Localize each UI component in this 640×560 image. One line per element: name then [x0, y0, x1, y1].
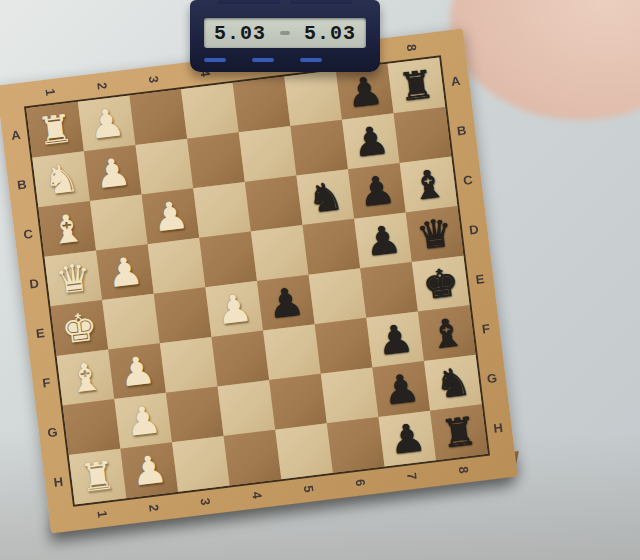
- white-pawn-piece: ♟: [87, 102, 127, 144]
- square-c2[interactable]: [90, 195, 148, 251]
- white-bishop-piece: ♝: [65, 356, 105, 398]
- board-corner: [488, 451, 518, 480]
- square-g6[interactable]: [321, 367, 379, 423]
- square-c7[interactable]: ♟: [348, 163, 406, 219]
- black-king-piece: ♚: [421, 262, 461, 304]
- white-pawn-piece: ♟: [117, 350, 157, 392]
- white-pawn-piece: ♟: [105, 251, 145, 293]
- square-f7[interactable]: ♟: [366, 312, 424, 368]
- square-g7[interactable]: ♟: [372, 361, 430, 417]
- black-queen-piece: ♛: [414, 213, 454, 255]
- clock-button-left[interactable]: [217, 0, 280, 4]
- square-b3[interactable]: [136, 139, 194, 195]
- white-pawn-piece: ♟: [123, 399, 163, 441]
- clock-buttons: [218, 0, 352, 4]
- black-knight-piece: ♞: [433, 361, 473, 403]
- square-d7[interactable]: ♟: [354, 212, 412, 268]
- square-e2[interactable]: [102, 294, 160, 350]
- file-label-right: G: [476, 351, 509, 404]
- white-pawn-piece: ♟: [93, 152, 133, 194]
- black-pawn-piece: ♟: [266, 281, 306, 323]
- square-a3[interactable]: [129, 89, 187, 145]
- clock-led: [204, 58, 226, 62]
- square-a2[interactable]: ♟: [78, 95, 136, 151]
- black-pawn-piece: ♟: [357, 170, 397, 212]
- square-b1[interactable]: ♞: [32, 151, 90, 207]
- white-bishop-piece: ♝: [47, 208, 87, 250]
- square-g8[interactable]: ♞: [424, 355, 482, 411]
- clock-led: [300, 58, 322, 62]
- square-b7[interactable]: ♟: [342, 113, 400, 169]
- square-f6[interactable]: [315, 318, 373, 374]
- chessboard-wrap: 12345678A♜♟♟♜♞♟♟♝♟♞♟♝♛♟♟♛♚♟♟♚♝♟♟♝♟♟♞♜♟♟♜…: [0, 28, 518, 533]
- square-d5[interactable]: [251, 225, 309, 281]
- file-label-right: C: [451, 153, 484, 206]
- clock-lcd: 5.03 5.03: [204, 18, 366, 48]
- square-e3[interactable]: [154, 287, 212, 343]
- square-c3[interactable]: ♟: [142, 188, 200, 244]
- square-e8[interactable]: ♚: [412, 256, 470, 312]
- square-f5[interactable]: [263, 324, 321, 380]
- square-e4[interactable]: ♟: [205, 281, 263, 337]
- square-d3[interactable]: [148, 238, 206, 294]
- white-rook-piece: ♜: [35, 109, 75, 151]
- file-label-right: B: [445, 104, 478, 157]
- board-corner: [436, 28, 466, 57]
- square-g4[interactable]: [218, 380, 276, 436]
- chessboard: 12345678A♜♟♟♜♞♟♟♝♟♞♟♝♛♟♟♛♚♟♟♚♝♟♟♝♟♟♞♜♟♟♜…: [0, 28, 518, 533]
- square-c8[interactable]: ♝: [400, 157, 458, 213]
- square-a7[interactable]: ♟: [336, 64, 394, 120]
- black-knight-piece: ♞: [305, 176, 345, 218]
- square-c4[interactable]: [193, 182, 251, 238]
- square-g5[interactable]: [269, 374, 327, 430]
- square-b6[interactable]: [290, 120, 348, 176]
- square-a6[interactable]: [284, 70, 342, 126]
- black-pawn-piece: ♟: [375, 318, 415, 360]
- square-a1[interactable]: ♜: [26, 102, 84, 158]
- black-bishop-piece: ♝: [408, 163, 448, 205]
- white-queen-piece: ♛: [53, 257, 93, 299]
- black-pawn-piece: ♟: [351, 120, 391, 162]
- square-a8[interactable]: ♜: [388, 57, 446, 113]
- square-b4[interactable]: [187, 132, 245, 188]
- square-d6[interactable]: [303, 219, 361, 275]
- white-pawn-piece: ♟: [150, 195, 190, 237]
- playing-area: ♜♟♟♜♞♟♟♝♟♞♟♝♛♟♟♛♚♟♟♚♝♟♟♝♟♟♞♜♟♟♜: [26, 57, 488, 504]
- clock-led-strip: [204, 58, 366, 64]
- board-corner: [48, 505, 78, 534]
- square-d8[interactable]: ♛: [406, 206, 464, 262]
- file-label-right: E: [463, 252, 496, 305]
- square-g2[interactable]: ♟: [114, 393, 172, 449]
- black-pawn-piece: ♟: [363, 219, 403, 261]
- square-a4[interactable]: [181, 83, 239, 139]
- file-label-right: H: [482, 401, 515, 454]
- square-c1[interactable]: ♝: [38, 201, 96, 257]
- square-g1[interactable]: [63, 399, 121, 455]
- clock-button-right[interactable]: [289, 0, 352, 4]
- square-a5[interactable]: [233, 76, 291, 132]
- square-f2[interactable]: ♟: [108, 343, 166, 399]
- clock-time-left: 5.03: [214, 22, 266, 45]
- square-e7[interactable]: [360, 262, 418, 318]
- square-d4[interactable]: [199, 231, 257, 287]
- clock-time-right: 5.03: [304, 22, 356, 45]
- white-knight-piece: ♞: [41, 158, 81, 200]
- white-king-piece: ♚: [59, 307, 99, 349]
- square-b2[interactable]: ♟: [84, 145, 142, 201]
- file-label-right: D: [457, 203, 490, 256]
- chess-clock: 5.03 5.03: [190, 0, 380, 72]
- black-pawn-piece: ♟: [381, 368, 421, 410]
- black-rook-piece: ♜: [396, 64, 436, 106]
- clock-divider: [280, 31, 290, 35]
- square-f1[interactable]: ♝: [57, 350, 115, 406]
- white-pawn-piece: ♟: [214, 288, 254, 330]
- square-c6[interactable]: ♞: [296, 169, 354, 225]
- square-f4[interactable]: [211, 331, 269, 387]
- square-c5[interactable]: [245, 176, 303, 232]
- square-f8[interactable]: ♝: [418, 305, 476, 361]
- file-label-right: F: [470, 302, 503, 355]
- square-d1[interactable]: ♛: [44, 250, 102, 306]
- square-d2[interactable]: ♟: [96, 244, 154, 300]
- clock-led: [252, 58, 274, 62]
- black-pawn-piece: ♟: [345, 70, 385, 112]
- square-e1[interactable]: ♚: [51, 300, 109, 356]
- black-bishop-piece: ♝: [427, 312, 467, 354]
- square-b5[interactable]: [239, 126, 297, 182]
- square-b8[interactable]: [394, 107, 452, 163]
- background-person-blob: [450, 0, 640, 120]
- board-corner: [0, 82, 26, 111]
- square-g3[interactable]: [166, 386, 224, 442]
- square-f3[interactable]: [160, 337, 218, 393]
- square-e6[interactable]: [309, 268, 367, 324]
- square-e5[interactable]: ♟: [257, 275, 315, 331]
